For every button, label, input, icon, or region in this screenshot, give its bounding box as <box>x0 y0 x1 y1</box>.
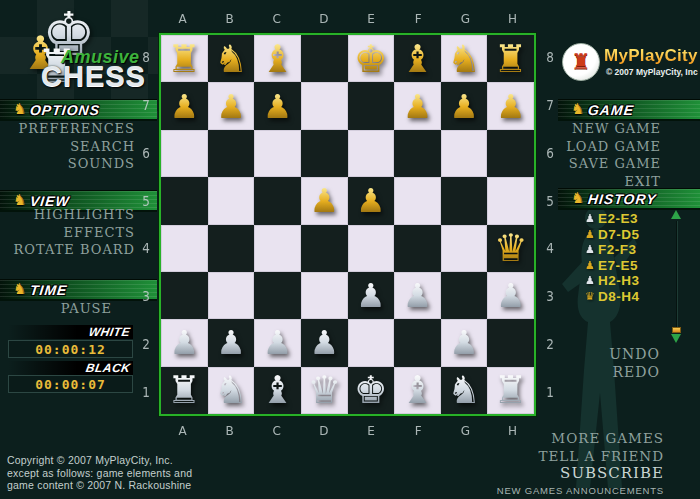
piece-white-pawn[interactable]: ♟ <box>496 279 526 312</box>
black-clock-label: BLACK <box>84 361 131 375</box>
piece-black-rook[interactable]: ♜ <box>494 40 528 78</box>
history-move-d7-d5[interactable]: ♟D7-D5 <box>582 227 640 243</box>
coord-label-3: 3 <box>541 288 559 304</box>
piece-white-rook[interactable]: ♜ <box>494 371 528 409</box>
square-h6[interactable] <box>487 130 534 177</box>
coord-label-c: C <box>273 12 281 26</box>
edit-item-redo[interactable]: REDO <box>558 364 660 382</box>
coord-label-5: 5 <box>541 193 559 209</box>
coord-label-e: E <box>367 12 375 26</box>
copyright-line: game content © 2007 N. Rackoushine <box>7 479 192 492</box>
myplaycity-logo-text[interactable]: MyPlayCity <box>604 46 698 66</box>
view-item-highlights[interactable]: HIGHLIGHTS <box>0 206 135 224</box>
square-f6[interactable] <box>394 130 441 177</box>
history-move-f2-f3[interactable]: ♟F2-F3 <box>582 242 640 258</box>
game-item-load-game[interactable]: LOAD GAME <box>558 138 661 156</box>
square-h7[interactable]: ♟ <box>487 82 534 129</box>
knight-icon: ♞ <box>13 281 26 296</box>
black-queen-icon: ♛ <box>582 291 598 302</box>
square-d2[interactable]: ♟ <box>301 319 348 366</box>
piece-white-queen[interactable]: ♛ <box>307 371 341 409</box>
time-section-header: ♞ TIME <box>0 279 157 301</box>
coord-label-c: C <box>273 424 281 438</box>
square-b2[interactable]: ♟ <box>208 319 255 366</box>
edit-menu: UNDOREDO <box>558 346 660 381</box>
history-scrollbar-thumb[interactable] <box>672 327 681 333</box>
square-d8[interactable] <box>301 35 348 82</box>
square-e6[interactable] <box>348 130 395 177</box>
chess-board[interactable]: ♜♞♝♚♝♞♜♟♟♟♟♟♟♟♟♛♟♟♟♟♟♟♟♟♜♞♝♛♚♝♞♜ <box>159 33 536 416</box>
options-section-label: OPTIONS <box>30 102 102 118</box>
piece-black-knight[interactable]: ♞ <box>447 40 481 78</box>
coord-label-d: D <box>319 424 328 438</box>
link-new-games-announcements[interactable]: NEW GAMES ANNOUNCEMENTS <box>497 483 664 498</box>
coord-label-g: G <box>461 424 470 438</box>
piece-white-bishop[interactable]: ♝ <box>261 371 295 409</box>
coord-label-g: G <box>461 12 470 26</box>
white-clock-time: 00:00:12 <box>35 342 106 357</box>
square-c4[interactable] <box>254 225 301 272</box>
piece-black-rook[interactable]: ♜ <box>167 40 201 78</box>
white-pawn-icon: ♟ <box>582 213 598 224</box>
time-section-label: TIME <box>30 282 69 298</box>
black-clock-time: 00:00:07 <box>35 377 106 392</box>
coord-label-8: 8 <box>541 49 559 65</box>
history-move-text: D8-H4 <box>598 289 640 304</box>
view-menu: HIGHLIGHTSEFFECTSROTATE BOARD <box>0 206 135 259</box>
black-clock-header: BLACK <box>8 361 133 375</box>
history-move-text: E7-E5 <box>598 258 638 273</box>
link-subscribe[interactable]: SUBSCRIBE <box>497 465 664 483</box>
square-b1[interactable]: ♞ <box>208 367 255 414</box>
coord-label-d: D <box>319 12 328 26</box>
piece-black-pawn[interactable]: ♟ <box>309 184 339 217</box>
history-scroll-up-arrow[interactable] <box>671 210 681 219</box>
piece-black-pawn[interactable]: ♟ <box>356 184 386 217</box>
square-g2[interactable]: ♟ <box>441 319 488 366</box>
options-item-sounds[interactable]: SOUNDS <box>0 155 135 173</box>
piece-white-pawn[interactable]: ♟ <box>216 326 246 359</box>
square-e5[interactable]: ♟ <box>348 177 395 224</box>
game-item-save-game[interactable]: SAVE GAME <box>558 155 661 173</box>
coord-label-e: E <box>367 424 375 438</box>
square-g4[interactable] <box>441 225 488 272</box>
file-labels-top: ABCDEFGH <box>159 9 536 25</box>
square-c3[interactable] <box>254 272 301 319</box>
square-a7[interactable]: ♟ <box>161 82 208 129</box>
square-g6[interactable] <box>441 130 488 177</box>
knight-icon: ♞ <box>13 192 26 207</box>
history-move-h2-h3[interactable]: ♟H2-H3 <box>582 273 640 289</box>
white-clock-header: WHITE <box>8 325 133 339</box>
square-d7[interactable] <box>301 82 348 129</box>
castle-icon: ♜ <box>571 51 591 73</box>
coord-label-f: F <box>415 424 422 438</box>
promo-links: MORE GAMESTELL A FRIENDSUBSCRIBENEW GAME… <box>497 430 664 498</box>
piece-white-pawn[interactable]: ♟ <box>263 326 293 359</box>
square-b5[interactable] <box>208 177 255 224</box>
square-c6[interactable] <box>254 130 301 177</box>
piece-black-pawn[interactable]: ♟ <box>216 90 246 123</box>
square-d4[interactable] <box>301 225 348 272</box>
options-item-search[interactable]: SEARCH <box>0 138 135 156</box>
square-c2[interactable]: ♟ <box>254 319 301 366</box>
white-clock: 00:00:12 <box>8 340 133 358</box>
history-section-header: ♞ HISTORY <box>558 188 700 210</box>
piece-white-pawn[interactable]: ♟ <box>403 279 433 312</box>
history-move-e2-e3[interactable]: ♟E2-E3 <box>582 211 640 227</box>
square-c1[interactable]: ♝ <box>254 367 301 414</box>
options-item-preferences[interactable]: PREFERENCES <box>0 120 135 138</box>
history-move-text: F2-F3 <box>598 242 637 257</box>
piece-white-knight[interactable]: ♞ <box>214 371 248 409</box>
view-item-rotate-board[interactable]: ROTATE BOARD <box>0 241 135 259</box>
square-a8[interactable]: ♜ <box>161 35 208 82</box>
square-e1[interactable]: ♚ <box>348 367 395 414</box>
coord-label-h: H <box>508 12 517 26</box>
piece-white-rook[interactable]: ♜ <box>167 371 201 409</box>
coord-label-b: B <box>226 12 234 26</box>
square-b8[interactable]: ♞ <box>208 35 255 82</box>
piece-white-king[interactable]: ♚ <box>354 371 388 409</box>
square-e2[interactable] <box>348 319 395 366</box>
piece-white-pawn[interactable]: ♟ <box>449 326 479 359</box>
square-g8[interactable]: ♞ <box>441 35 488 82</box>
history-move-text: E2-E3 <box>598 211 638 226</box>
time-menu: PAUSE <box>0 300 112 318</box>
coord-label-b: B <box>226 424 234 438</box>
piece-white-pawn[interactable]: ♟ <box>309 326 339 359</box>
history-scrollbar-track[interactable] <box>676 221 678 327</box>
square-c5[interactable] <box>254 177 301 224</box>
square-c8[interactable]: ♝ <box>254 35 301 82</box>
square-f1[interactable]: ♝ <box>394 367 441 414</box>
square-a5[interactable] <box>161 177 208 224</box>
copyright-line: except as follows: game elements and <box>7 467 192 480</box>
knight-icon: ♞ <box>13 101 26 116</box>
edit-item-undo[interactable]: UNDO <box>558 346 660 364</box>
rank-labels-left: 87654321 <box>137 33 155 416</box>
app-window: ♝ ♚ ♜ Amusive CHESS ♞ OPTIONS PREFERENCE… <box>0 0 700 499</box>
coord-label-2: 2 <box>137 336 155 352</box>
white-pawn-icon: ♟ <box>582 244 598 255</box>
history-move-d8-h4[interactable]: ♛D8-H4 <box>582 289 640 305</box>
coord-label-2: 2 <box>541 336 559 352</box>
square-h5[interactable] <box>487 177 534 224</box>
square-b4[interactable] <box>208 225 255 272</box>
game-section-label: GAME <box>588 102 636 118</box>
coord-label-4: 4 <box>137 240 155 256</box>
piece-white-bishop[interactable]: ♝ <box>400 371 434 409</box>
coord-label-1: 1 <box>137 384 155 400</box>
white-clock-label: WHITE <box>88 325 132 339</box>
square-b3[interactable] <box>208 272 255 319</box>
square-g5[interactable] <box>441 177 488 224</box>
square-h3[interactable]: ♟ <box>487 272 534 319</box>
piece-black-pawn[interactable]: ♟ <box>170 90 200 123</box>
coord-label-a: A <box>178 424 186 438</box>
coord-label-f: F <box>415 12 422 26</box>
square-a1[interactable]: ♜ <box>161 367 208 414</box>
square-d5[interactable]: ♟ <box>301 177 348 224</box>
piece-white-pawn[interactable]: ♟ <box>170 326 200 359</box>
coord-label-1: 1 <box>541 384 559 400</box>
square-f3[interactable]: ♟ <box>394 272 441 319</box>
square-g1[interactable]: ♞ <box>441 367 488 414</box>
coord-label-4: 4 <box>541 240 559 256</box>
game-item-new-game[interactable]: NEW GAME <box>558 120 661 138</box>
square-h8[interactable]: ♜ <box>487 35 534 82</box>
history-move-e7-e5[interactable]: ♟E7-E5 <box>582 258 640 274</box>
game-menu: NEW GAMELOAD GAMESAVE GAMEEXIT <box>558 120 661 190</box>
piece-black-pawn[interactable]: ♟ <box>403 90 433 123</box>
knight-icon: ♞ <box>571 190 584 205</box>
piece-black-queen[interactable]: ♛ <box>494 229 528 267</box>
black-clock: 00:00:07 <box>8 375 133 393</box>
square-h2[interactable] <box>487 319 534 366</box>
options-menu: PREFERENCESSEARCHSOUNDS <box>0 120 135 173</box>
move-history-list: ♟E2-E3♟D7-D5♟F2-F3♟E7-E5♟H2-H3♛D8-H4 <box>582 211 640 304</box>
black-pawn-icon: ♟ <box>582 229 598 240</box>
piece-black-bishop[interactable]: ♝ <box>261 40 295 78</box>
square-f2[interactable] <box>394 319 441 366</box>
coord-label-7: 7 <box>541 97 559 113</box>
square-b7[interactable]: ♟ <box>208 82 255 129</box>
square-a4[interactable] <box>161 225 208 272</box>
square-g3[interactable] <box>441 272 488 319</box>
square-h4[interactable]: ♛ <box>487 225 534 272</box>
square-a6[interactable] <box>161 130 208 177</box>
coord-label-7: 7 <box>137 97 155 113</box>
options-section-header: ♞ OPTIONS <box>0 99 157 121</box>
square-d6[interactable] <box>301 130 348 177</box>
square-g7[interactable]: ♟ <box>441 82 488 129</box>
myplaycity-copyright: © 2007 MyPlayCity, Inc <box>606 67 698 77</box>
piece-white-knight[interactable]: ♞ <box>447 371 481 409</box>
copyright-line: Copyright © 2007 MyPlayCity, Inc. <box>7 454 192 467</box>
coord-label-6: 6 <box>137 145 155 161</box>
time-item-pause[interactable]: PAUSE <box>0 300 112 318</box>
square-a2[interactable]: ♟ <box>161 319 208 366</box>
square-f4[interactable] <box>394 225 441 272</box>
piece-black-king[interactable]: ♚ <box>354 40 388 78</box>
link-tell-a-friend[interactable]: TELL A FRIEND <box>497 448 664 466</box>
rank-labels-right: 87654321 <box>541 33 559 416</box>
square-d3[interactable] <box>301 272 348 319</box>
square-f5[interactable] <box>394 177 441 224</box>
square-e3[interactable]: ♟ <box>348 272 395 319</box>
piece-black-bishop[interactable]: ♝ <box>400 40 434 78</box>
knight-icon: ♞ <box>571 101 584 116</box>
square-e8[interactable]: ♚ <box>348 35 395 82</box>
square-b6[interactable] <box>208 130 255 177</box>
coord-label-3: 3 <box>137 288 155 304</box>
square-f7[interactable]: ♟ <box>394 82 441 129</box>
coord-label-8: 8 <box>137 49 155 65</box>
app-logo-chess: CHESS <box>41 60 146 93</box>
piece-black-knight[interactable]: ♞ <box>214 40 248 78</box>
square-e4[interactable] <box>348 225 395 272</box>
square-c7[interactable]: ♟ <box>254 82 301 129</box>
link-more-games[interactable]: MORE GAMES <box>497 430 664 448</box>
square-h1[interactable]: ♜ <box>487 367 534 414</box>
square-a3[interactable] <box>161 272 208 319</box>
history-section-label: HISTORY <box>588 191 658 207</box>
square-d1[interactable]: ♛ <box>301 367 348 414</box>
coord-label-5: 5 <box>137 193 155 209</box>
game-section-header: ♞ GAME <box>558 99 700 121</box>
history-move-text: D7-D5 <box>598 227 640 242</box>
square-f8[interactable]: ♝ <box>394 35 441 82</box>
history-move-text: H2-H3 <box>598 273 640 288</box>
coord-label-6: 6 <box>541 145 559 161</box>
black-pawn-icon: ♟ <box>582 260 598 271</box>
view-item-effects[interactable]: EFFECTS <box>0 224 135 242</box>
piece-white-pawn[interactable]: ♟ <box>356 279 386 312</box>
piece-black-pawn[interactable]: ♟ <box>449 90 479 123</box>
copyright-notice: Copyright © 2007 MyPlayCity, Inc. except… <box>7 454 192 492</box>
piece-black-pawn[interactable]: ♟ <box>263 90 293 123</box>
myplaycity-logo-icon[interactable]: ♜ <box>562 43 600 81</box>
coord-label-a: A <box>178 12 186 26</box>
white-pawn-icon: ♟ <box>582 275 598 286</box>
history-scroll-down-arrow[interactable] <box>671 334 681 343</box>
piece-black-pawn[interactable]: ♟ <box>496 90 526 123</box>
file-labels-bottom: ABCDEFGH <box>159 421 536 437</box>
square-e7[interactable] <box>348 82 395 129</box>
